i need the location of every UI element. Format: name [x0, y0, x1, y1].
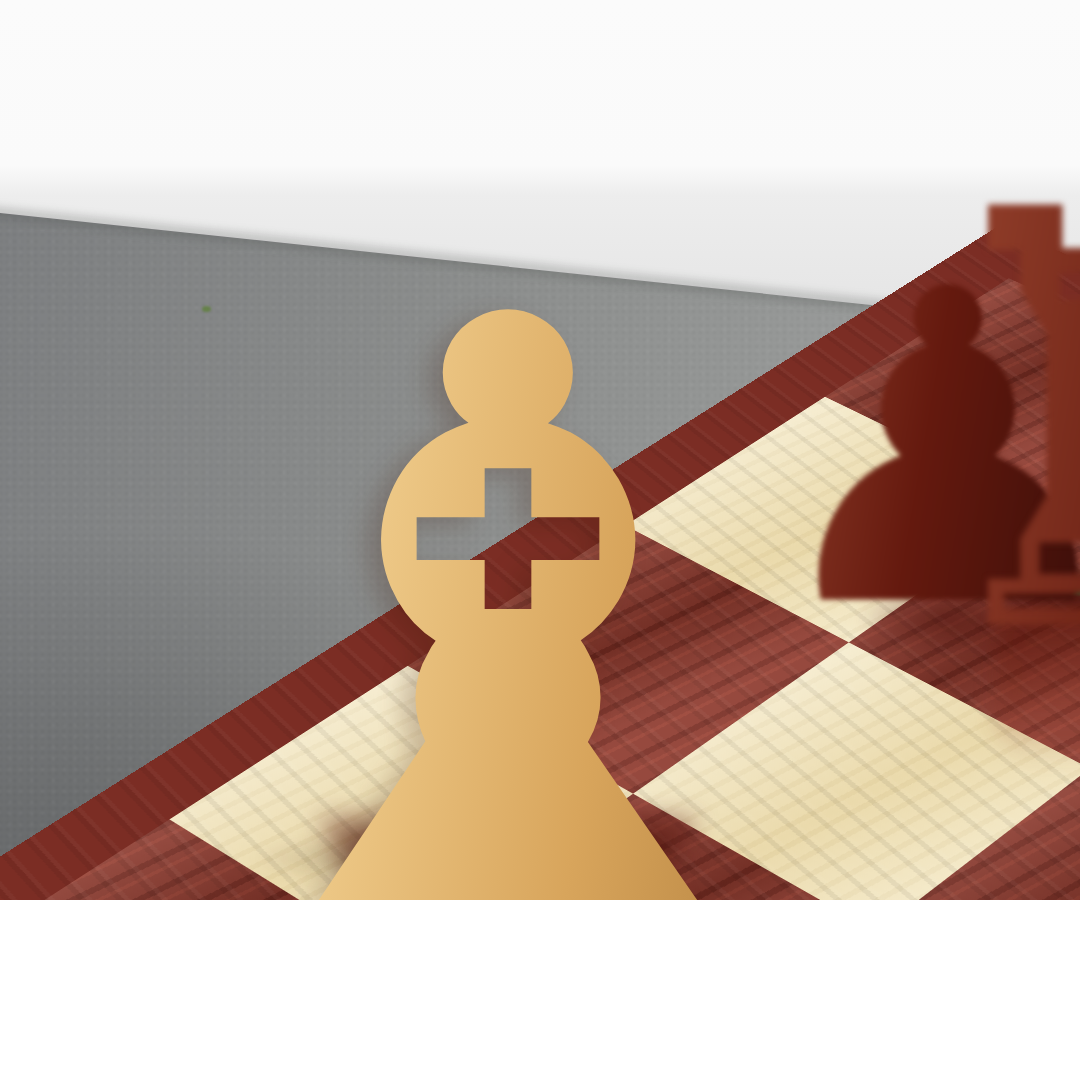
product-image: ♝ ♝ ♟ ♜	[0, 0, 1080, 1080]
photo-area: ♝ ♝ ♟ ♜	[0, 0, 1080, 900]
bottom-white-band	[0, 900, 1080, 1080]
red-rook-piece: ♜	[892, 138, 1080, 713]
